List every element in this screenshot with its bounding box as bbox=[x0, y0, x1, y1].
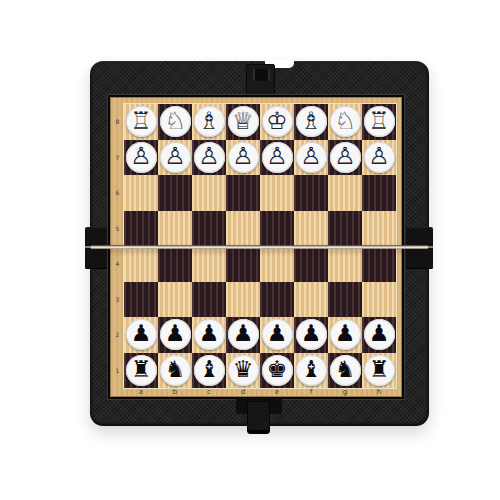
piece-black-pawn-h2[interactable]: ♟ bbox=[364, 319, 395, 350]
square-h3[interactable] bbox=[362, 282, 396, 318]
file-label-h: h bbox=[362, 387, 396, 397]
black-pawn-glyph: ♟ bbox=[267, 322, 288, 345]
square-g1[interactable]: ♞ bbox=[328, 353, 362, 389]
square-c4[interactable] bbox=[192, 246, 226, 282]
square-d3[interactable] bbox=[226, 282, 260, 318]
fold-seam bbox=[91, 245, 428, 249]
square-b7[interactable]: ♙ bbox=[158, 140, 192, 176]
rank-label-8: 8 bbox=[111, 104, 124, 140]
square-d2[interactable]: ♟ bbox=[226, 317, 260, 353]
black-pawn-glyph: ♟ bbox=[301, 322, 322, 345]
square-g2[interactable]: ♟ bbox=[328, 317, 362, 353]
piece-black-pawn-c2[interactable]: ♟ bbox=[194, 319, 225, 350]
square-a6[interactable] bbox=[124, 175, 158, 211]
square-a8[interactable]: ♖ bbox=[124, 104, 158, 140]
bottom-latch-tab bbox=[247, 401, 270, 434]
piece-white-queen-d8[interactable]: ♕ bbox=[228, 106, 259, 137]
square-c1[interactable]: ♝ bbox=[192, 353, 226, 389]
rank-label-1: 1 bbox=[111, 353, 124, 389]
white-pawn-glyph: ♙ bbox=[232, 144, 254, 168]
black-queen-glyph: ♛ bbox=[233, 358, 254, 381]
white-king-glyph: ♔ bbox=[266, 109, 288, 133]
file-label-e: e bbox=[260, 387, 294, 397]
square-f2[interactable]: ♟ bbox=[294, 317, 328, 353]
square-c8[interactable]: ♗ bbox=[192, 104, 226, 140]
black-pawn-glyph: ♟ bbox=[131, 322, 152, 345]
square-d1[interactable]: ♛ bbox=[226, 353, 260, 389]
square-h2[interactable]: ♟ bbox=[362, 317, 396, 353]
square-a3[interactable] bbox=[124, 282, 158, 318]
piece-white-pawn-a7[interactable]: ♙ bbox=[126, 142, 157, 173]
piece-white-pawn-b7[interactable]: ♙ bbox=[160, 142, 191, 173]
square-c2[interactable]: ♟ bbox=[192, 317, 226, 353]
black-pawn-glyph: ♟ bbox=[233, 322, 254, 345]
folding-case: 87654321 ♖♘♗♕♔♗♘♖♙♙♙♙♙♙♙♙♟♟♟♟♟♟♟♟♜♞♝♛♚♝♞… bbox=[90, 61, 429, 426]
white-queen-glyph: ♕ bbox=[232, 109, 254, 133]
piece-white-pawn-e7[interactable]: ♙ bbox=[262, 142, 293, 173]
square-c6[interactable] bbox=[192, 175, 226, 211]
rank-label-5: 5 bbox=[111, 211, 124, 247]
rank-label-6: 6 bbox=[111, 175, 124, 211]
white-rook-glyph: ♖ bbox=[368, 109, 390, 133]
product-photo: 87654321 ♖♘♗♕♔♗♘♖♙♙♙♙♙♙♙♙♟♟♟♟♟♟♟♟♜♞♝♛♚♝♞… bbox=[0, 0, 500, 500]
piece-white-king-e8[interactable]: ♔ bbox=[262, 106, 293, 137]
piece-white-pawn-h7[interactable]: ♙ bbox=[364, 142, 395, 173]
square-e2[interactable]: ♟ bbox=[260, 317, 294, 353]
square-g6[interactable] bbox=[328, 175, 362, 211]
file-label-g: g bbox=[328, 387, 362, 397]
piece-black-knight-g1[interactable]: ♞ bbox=[330, 355, 361, 386]
piece-white-knight-g8[interactable]: ♘ bbox=[330, 106, 361, 137]
white-knight-glyph: ♘ bbox=[334, 109, 356, 133]
square-g3[interactable] bbox=[328, 282, 362, 318]
file-labels: abcdefgh bbox=[124, 387, 396, 397]
rank-label-7: 7 bbox=[111, 140, 124, 176]
piece-black-bishop-c1[interactable]: ♝ bbox=[194, 355, 225, 386]
piece-black-pawn-e2[interactable]: ♟ bbox=[262, 319, 293, 350]
white-pawn-glyph: ♙ bbox=[266, 144, 288, 168]
piece-black-rook-a1[interactable]: ♜ bbox=[126, 355, 157, 386]
file-label-a: a bbox=[124, 387, 158, 397]
square-a7[interactable]: ♙ bbox=[124, 140, 158, 176]
black-pawn-glyph: ♟ bbox=[165, 322, 186, 345]
white-pawn-glyph: ♙ bbox=[130, 144, 152, 168]
square-e5[interactable] bbox=[260, 211, 294, 247]
piece-white-knight-b8[interactable]: ♘ bbox=[160, 106, 191, 137]
square-h5[interactable] bbox=[362, 211, 396, 247]
piece-white-pawn-f7[interactable]: ♙ bbox=[296, 142, 327, 173]
square-f5[interactable] bbox=[294, 211, 328, 247]
piece-black-pawn-a2[interactable]: ♟ bbox=[126, 319, 157, 350]
piece-white-pawn-d7[interactable]: ♙ bbox=[228, 142, 259, 173]
top-latch-icon bbox=[246, 64, 275, 99]
square-f7[interactable]: ♙ bbox=[294, 140, 328, 176]
piece-black-pawn-d2[interactable]: ♟ bbox=[228, 319, 259, 350]
rank-label-2: 2 bbox=[111, 317, 124, 353]
square-h8[interactable]: ♖ bbox=[362, 104, 396, 140]
black-knight-glyph: ♞ bbox=[335, 358, 356, 381]
square-c5[interactable] bbox=[192, 211, 226, 247]
piece-black-king-e1[interactable]: ♚ bbox=[262, 355, 293, 386]
square-g4[interactable] bbox=[328, 246, 362, 282]
square-d7[interactable]: ♙ bbox=[226, 140, 260, 176]
piece-white-bishop-f8[interactable]: ♗ bbox=[296, 106, 327, 137]
white-pawn-glyph: ♙ bbox=[368, 144, 390, 168]
rank-label-3: 3 bbox=[111, 282, 124, 318]
square-b1[interactable]: ♞ bbox=[158, 353, 192, 389]
file-label-c: c bbox=[192, 387, 226, 397]
square-g8[interactable]: ♘ bbox=[328, 104, 362, 140]
square-h1[interactable]: ♜ bbox=[362, 353, 396, 389]
file-label-b: b bbox=[158, 387, 192, 397]
square-f3[interactable] bbox=[294, 282, 328, 318]
square-b5[interactable] bbox=[158, 211, 192, 247]
file-label-f: f bbox=[294, 387, 328, 397]
white-bishop-glyph: ♗ bbox=[198, 109, 220, 133]
black-pawn-glyph: ♟ bbox=[335, 322, 356, 345]
piece-white-pawn-g7[interactable]: ♙ bbox=[330, 142, 361, 173]
white-bishop-glyph: ♗ bbox=[300, 109, 322, 133]
square-d4[interactable] bbox=[226, 246, 260, 282]
piece-black-queen-d1[interactable]: ♛ bbox=[228, 355, 259, 386]
square-h7[interactable]: ♙ bbox=[362, 140, 396, 176]
piece-black-pawn-g2[interactable]: ♟ bbox=[330, 319, 361, 350]
white-knight-glyph: ♘ bbox=[164, 109, 186, 133]
black-bishop-glyph: ♝ bbox=[199, 358, 220, 381]
square-b2[interactable]: ♟ bbox=[158, 317, 192, 353]
square-a5[interactable] bbox=[124, 211, 158, 247]
square-f6[interactable] bbox=[294, 175, 328, 211]
white-pawn-glyph: ♙ bbox=[300, 144, 322, 168]
white-pawn-glyph: ♙ bbox=[164, 144, 186, 168]
square-b3[interactable] bbox=[158, 282, 192, 318]
square-c7[interactable]: ♙ bbox=[192, 140, 226, 176]
square-g5[interactable] bbox=[328, 211, 362, 247]
square-f1[interactable]: ♝ bbox=[294, 353, 328, 389]
white-pawn-glyph: ♙ bbox=[334, 144, 356, 168]
piece-white-bishop-c8[interactable]: ♗ bbox=[194, 106, 225, 137]
white-rook-glyph: ♖ bbox=[130, 109, 152, 133]
piece-white-rook-a8[interactable]: ♖ bbox=[126, 106, 157, 137]
square-e3[interactable] bbox=[260, 282, 294, 318]
piece-white-rook-h8[interactable]: ♖ bbox=[364, 106, 395, 137]
chessboard: 87654321 ♖♘♗♕♔♗♘♖♙♙♙♙♙♙♙♙♟♟♟♟♟♟♟♟♜♞♝♛♚♝♞… bbox=[110, 97, 402, 397]
square-a1[interactable]: ♜ bbox=[124, 353, 158, 389]
square-b8[interactable]: ♘ bbox=[158, 104, 192, 140]
square-g7[interactable]: ♙ bbox=[328, 140, 362, 176]
piece-black-pawn-f2[interactable]: ♟ bbox=[296, 319, 327, 350]
square-b4[interactable] bbox=[158, 246, 192, 282]
piece-black-bishop-f1[interactable]: ♝ bbox=[296, 355, 327, 386]
file-label-d: d bbox=[226, 387, 260, 397]
white-pawn-glyph: ♙ bbox=[198, 144, 220, 168]
square-e8[interactable]: ♔ bbox=[260, 104, 294, 140]
rank-label-4: 4 bbox=[111, 246, 124, 282]
square-d6[interactable] bbox=[226, 175, 260, 211]
black-pawn-glyph: ♟ bbox=[199, 322, 220, 345]
black-pawn-glyph: ♟ bbox=[369, 322, 390, 345]
square-a4[interactable] bbox=[124, 246, 158, 282]
square-a2[interactable]: ♟ bbox=[124, 317, 158, 353]
square-e4[interactable] bbox=[260, 246, 294, 282]
square-d8[interactable]: ♕ bbox=[226, 104, 260, 140]
piece-black-rook-h1[interactable]: ♜ bbox=[364, 355, 395, 386]
square-e7[interactable]: ♙ bbox=[260, 140, 294, 176]
square-c3[interactable] bbox=[192, 282, 226, 318]
square-e6[interactable] bbox=[260, 175, 294, 211]
square-b6[interactable] bbox=[158, 175, 192, 211]
piece-black-knight-b1[interactable]: ♞ bbox=[160, 355, 191, 386]
square-e1[interactable]: ♚ bbox=[260, 353, 294, 389]
square-f4[interactable] bbox=[294, 246, 328, 282]
piece-black-pawn-b2[interactable]: ♟ bbox=[160, 319, 191, 350]
black-rook-glyph: ♜ bbox=[369, 358, 390, 381]
square-h4[interactable] bbox=[362, 246, 396, 282]
black-knight-glyph: ♞ bbox=[165, 358, 186, 381]
piece-white-pawn-c7[interactable]: ♙ bbox=[194, 142, 225, 173]
square-d5[interactable] bbox=[226, 211, 260, 247]
square-h6[interactable] bbox=[362, 175, 396, 211]
black-bishop-glyph: ♝ bbox=[301, 358, 322, 381]
square-f8[interactable]: ♗ bbox=[294, 104, 328, 140]
black-rook-glyph: ♜ bbox=[131, 358, 152, 381]
black-king-glyph: ♚ bbox=[267, 358, 288, 381]
